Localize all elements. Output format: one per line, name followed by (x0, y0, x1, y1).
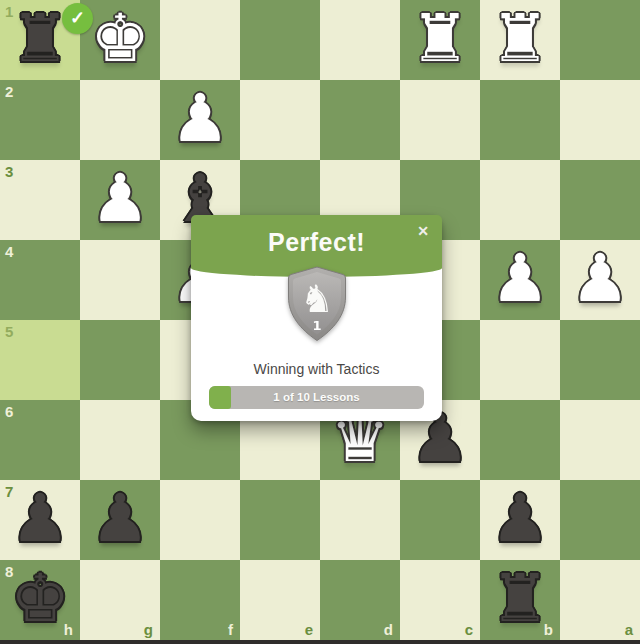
file-label-f: f (228, 621, 233, 638)
square-a4[interactable]: ♟ (560, 240, 640, 320)
square-b7[interactable]: ♟ (480, 480, 560, 560)
square-b5[interactable] (480, 320, 560, 400)
square-a2[interactable] (560, 80, 640, 160)
square-g2[interactable] (80, 80, 160, 160)
square-d8[interactable]: d (320, 560, 400, 640)
square-a5[interactable] (560, 320, 640, 400)
square-d1[interactable] (320, 0, 400, 80)
square-g5[interactable] (80, 320, 160, 400)
close-icon[interactable]: ✕ (415, 222, 431, 240)
square-b2[interactable] (480, 80, 560, 160)
file-label-a: a (625, 621, 633, 638)
piece-white-pawn[interactable]: ♟ (160, 80, 240, 160)
square-c8[interactable]: c (400, 560, 480, 640)
square-b4[interactable]: ♟ (480, 240, 560, 320)
square-e7[interactable] (240, 480, 320, 560)
square-e2[interactable] (240, 80, 320, 160)
square-h8[interactable]: 8h♚ (0, 560, 80, 640)
file-label-c: c (465, 621, 473, 638)
rank-label-2: 2 (5, 83, 13, 100)
piece-white-rook[interactable]: ♜ (400, 0, 480, 80)
file-label-d: d (384, 621, 393, 638)
lesson-badge-shield-icon: ♞ 1 (285, 265, 349, 343)
rank-label-4: 4 (5, 243, 13, 260)
piece-black-pawn[interactable]: ♟ (0, 480, 80, 560)
square-b1[interactable]: ♜ (480, 0, 560, 80)
progress-label: 1 of 10 Lessons (209, 386, 424, 409)
square-b6[interactable] (480, 400, 560, 480)
piece-black-rook[interactable]: ♜ (480, 560, 560, 640)
square-e1[interactable] (240, 0, 320, 80)
piece-white-king[interactable]: ♚ (80, 0, 160, 80)
square-a1[interactable] (560, 0, 640, 80)
piece-white-pawn[interactable]: ♟ (80, 160, 160, 240)
square-c7[interactable] (400, 480, 480, 560)
rank-label-6: 6 (5, 403, 13, 420)
square-g6[interactable] (80, 400, 160, 480)
square-h4[interactable]: 4 (0, 240, 80, 320)
square-a8[interactable]: a (560, 560, 640, 640)
square-e8[interactable]: e (240, 560, 320, 640)
knight-icon: ♞ (299, 277, 333, 321)
square-f8[interactable]: f (160, 560, 240, 640)
file-label-g: g (144, 621, 153, 638)
square-h3[interactable]: 3 (0, 160, 80, 240)
piece-black-pawn[interactable]: ♟ (80, 480, 160, 560)
square-a6[interactable] (560, 400, 640, 480)
square-g4[interactable] (80, 240, 160, 320)
board-bottom-bar (0, 640, 640, 644)
square-c1[interactable]: ♜ (400, 0, 480, 80)
piece-white-pawn[interactable]: ♟ (480, 240, 560, 320)
piece-black-king[interactable]: ♚ (0, 560, 80, 640)
square-g1[interactable]: ♚ (80, 0, 160, 80)
square-b8[interactable]: b♜ (480, 560, 560, 640)
rank-label-5: 5 (5, 323, 13, 340)
square-f2[interactable]: ♟ (160, 80, 240, 160)
square-a3[interactable] (560, 160, 640, 240)
rank-label-3: 3 (5, 163, 13, 180)
badge-level: 1 (312, 318, 321, 333)
square-h5[interactable]: 5 (0, 320, 80, 400)
piece-white-pawn[interactable]: ♟ (560, 240, 640, 320)
square-a7[interactable] (560, 480, 640, 560)
file-label-e: e (305, 621, 313, 638)
correct-move-check-icon: ✓ (62, 3, 93, 34)
square-c2[interactable] (400, 80, 480, 160)
lesson-title: Winning with Tactics (191, 361, 442, 377)
square-f1[interactable] (160, 0, 240, 80)
square-h6[interactable]: 6 (0, 400, 80, 480)
square-g8[interactable]: g (80, 560, 160, 640)
square-b3[interactable] (480, 160, 560, 240)
square-g3[interactable]: ♟ (80, 160, 160, 240)
square-g7[interactable]: ♟ (80, 480, 160, 560)
square-d2[interactable] (320, 80, 400, 160)
piece-white-rook[interactable]: ♜ (480, 0, 560, 80)
square-f7[interactable] (160, 480, 240, 560)
lesson-progress-bar: 1 of 10 Lessons (209, 386, 424, 409)
square-d7[interactable] (320, 480, 400, 560)
piece-black-pawn[interactable]: ♟ (480, 480, 560, 560)
modal-title: Perfect! (191, 215, 442, 257)
lesson-complete-modal: Perfect! ✕ ♞ 1 Winning with Tactics 1 of… (191, 215, 442, 421)
square-h7[interactable]: 7♟ (0, 480, 80, 560)
square-h2[interactable]: 2 (0, 80, 80, 160)
